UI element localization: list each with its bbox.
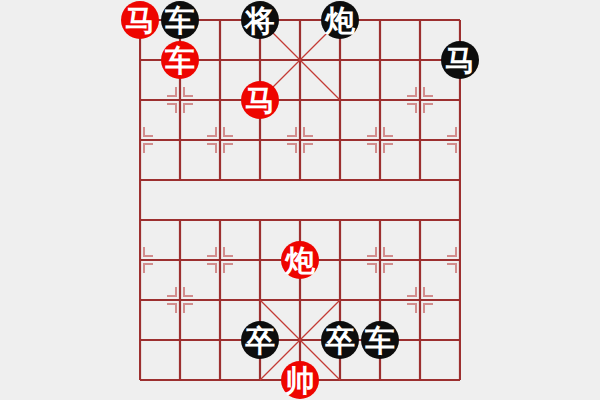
piece-red-cannon[interactable]: 炮 xyxy=(281,241,319,279)
pieces-grid: 马车将炮车马马炮卒卒车帅 xyxy=(120,0,480,400)
piece-black-chariot-2[interactable]: 车 xyxy=(361,321,399,359)
piece-black-cannon[interactable]: 炮 xyxy=(321,1,359,39)
piece-black-soldier-2[interactable]: 卒 xyxy=(321,321,359,359)
piece-black-soldier-1[interactable]: 卒 xyxy=(241,321,279,359)
piece-red-chariot[interactable]: 车 xyxy=(161,41,199,79)
piece-black-general[interactable]: 将 xyxy=(241,1,279,39)
piece-black-horse[interactable]: 马 xyxy=(441,41,479,79)
piece-red-horse-2[interactable]: 马 xyxy=(241,81,279,119)
piece-red-general[interactable]: 帅 xyxy=(281,361,319,399)
piece-red-horse-1[interactable]: 马 xyxy=(121,1,159,39)
piece-black-chariot-1[interactable]: 车 xyxy=(161,1,199,39)
xiangqi-diagram: 马车将炮车马马炮卒卒车帅 xyxy=(0,0,600,400)
